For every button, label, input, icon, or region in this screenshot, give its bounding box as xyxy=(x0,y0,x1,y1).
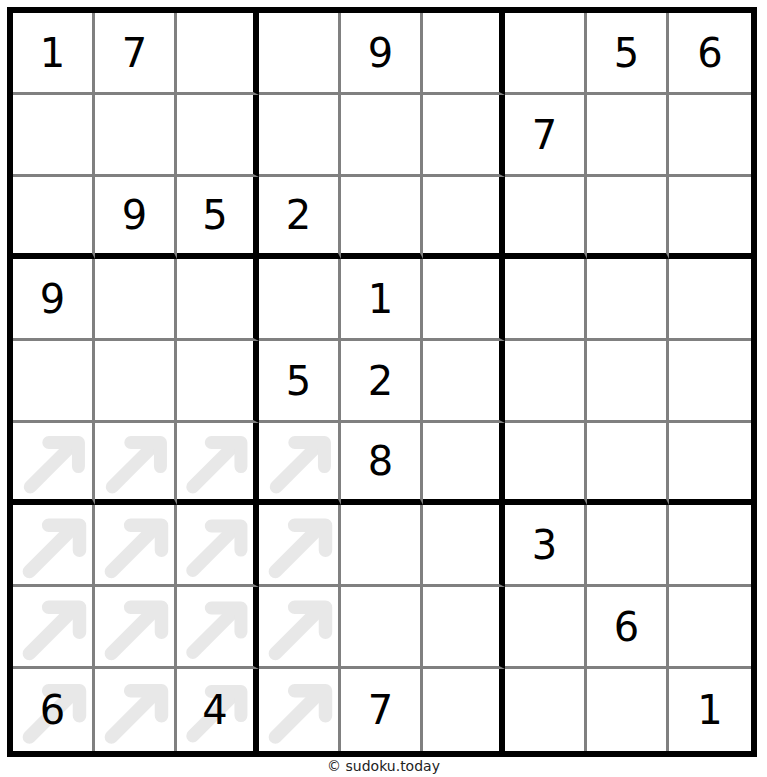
cell-r6c9[interactable] xyxy=(669,423,751,505)
sudoku-page: 1795679529152 8 3 xyxy=(0,0,767,777)
cell-r7c3[interactable] xyxy=(177,505,259,587)
cell-r3c4[interactable]: 2 xyxy=(259,177,341,259)
cell-r3c6[interactable] xyxy=(423,177,505,259)
cell-r2c9[interactable] xyxy=(669,95,751,177)
cell-r8c6[interactable] xyxy=(423,587,505,669)
cell-r4c7[interactable] xyxy=(505,259,587,341)
cell-r9c5[interactable]: 7 xyxy=(341,669,423,751)
given-digit: 6 xyxy=(40,690,65,730)
cell-r5c5[interactable]: 2 xyxy=(341,341,423,423)
cell-r4c1[interactable]: 9 xyxy=(13,259,95,341)
cell-r9c7[interactable] xyxy=(505,669,587,751)
cell-r4c8[interactable] xyxy=(587,259,669,341)
cell-r9c8[interactable] xyxy=(587,669,669,751)
cell-r6c1[interactable] xyxy=(13,423,95,505)
cell-r7c5[interactable] xyxy=(341,505,423,587)
cell-r5c4[interactable]: 5 xyxy=(259,341,341,423)
cell-r7c4[interactable] xyxy=(259,505,341,587)
cell-r1c3[interactable] xyxy=(177,13,259,95)
cell-r1c2[interactable]: 7 xyxy=(95,13,177,95)
arrow-up-right-icon xyxy=(177,423,253,499)
given-digit: 9 xyxy=(40,279,65,319)
arrow-up-right-icon xyxy=(95,587,174,666)
cell-r4c2[interactable] xyxy=(95,259,177,341)
given-digit: 6 xyxy=(697,33,722,73)
cell-r8c1[interactable] xyxy=(13,587,95,669)
cell-r3c3[interactable]: 5 xyxy=(177,177,259,259)
arrow-up-right-icon xyxy=(13,505,92,584)
given-digit: 8 xyxy=(368,441,393,481)
cell-r6c7[interactable] xyxy=(505,423,587,505)
arrow-up-right-icon xyxy=(177,587,253,666)
cell-r2c2[interactable] xyxy=(95,95,177,177)
cell-r6c4[interactable] xyxy=(259,423,341,505)
cell-r8c5[interactable] xyxy=(341,587,423,669)
arrow-up-right-icon xyxy=(13,423,92,499)
cell-r2c6[interactable] xyxy=(423,95,505,177)
given-digit: 3 xyxy=(532,525,557,565)
given-digit: 7 xyxy=(122,33,147,73)
cell-r3c7[interactable] xyxy=(505,177,587,259)
arrow-up-right-icon xyxy=(259,505,338,584)
given-digit: 2 xyxy=(368,361,393,401)
cell-r7c8[interactable] xyxy=(587,505,669,587)
given-digit: 9 xyxy=(122,195,147,235)
given-digit: 6 xyxy=(614,607,639,647)
cell-r1c4[interactable] xyxy=(259,13,341,95)
arrow-up-right-icon xyxy=(13,587,92,666)
cell-r5c7[interactable] xyxy=(505,341,587,423)
cell-r5c2[interactable] xyxy=(95,341,177,423)
cell-r7c2[interactable] xyxy=(95,505,177,587)
cell-r2c3[interactable] xyxy=(177,95,259,177)
cell-r1c5[interactable]: 9 xyxy=(341,13,423,95)
cell-r4c5[interactable]: 1 xyxy=(341,259,423,341)
cell-r2c7[interactable]: 7 xyxy=(505,95,587,177)
arrow-up-right-icon xyxy=(95,505,174,584)
cell-r5c1[interactable] xyxy=(13,341,95,423)
copyright-text: © sudoku.today xyxy=(0,757,767,777)
cell-r3c8[interactable] xyxy=(587,177,669,259)
cell-r1c7[interactable] xyxy=(505,13,587,95)
cell-r4c3[interactable] xyxy=(177,259,259,341)
given-digit: 5 xyxy=(202,195,227,235)
given-digit: 7 xyxy=(368,690,393,730)
arrow-up-right-icon xyxy=(259,423,338,499)
cell-r4c6[interactable] xyxy=(423,259,505,341)
cell-r7c1[interactable] xyxy=(13,505,95,587)
cell-r9c6[interactable] xyxy=(423,669,505,751)
cell-r1c6[interactable] xyxy=(423,13,505,95)
cell-r2c5[interactable] xyxy=(341,95,423,177)
cell-r3c2[interactable]: 9 xyxy=(95,177,177,259)
cell-r8c8[interactable]: 6 xyxy=(587,587,669,669)
given-digit: 9 xyxy=(368,33,393,73)
cell-r9c4[interactable] xyxy=(259,669,341,751)
cell-r9c1[interactable]: 6 xyxy=(13,669,95,751)
given-digit: 5 xyxy=(286,361,311,401)
cell-r2c4[interactable] xyxy=(259,95,341,177)
arrow-up-right-icon xyxy=(177,505,253,584)
cell-r9c9[interactable]: 1 xyxy=(669,669,751,751)
arrow-up-right-icon xyxy=(95,669,174,751)
given-digit: 1 xyxy=(697,690,722,730)
cell-r4c4[interactable] xyxy=(259,259,341,341)
given-digit: 1 xyxy=(368,279,393,319)
arrow-up-right-icon xyxy=(259,669,338,751)
given-digit: 7 xyxy=(532,115,557,155)
cell-r6c5[interactable]: 8 xyxy=(341,423,423,505)
cell-r2c1[interactable] xyxy=(13,95,95,177)
given-digit: 5 xyxy=(614,33,639,73)
cell-r7c9[interactable] xyxy=(669,505,751,587)
cell-r8c4[interactable] xyxy=(259,587,341,669)
cell-r1c9[interactable]: 6 xyxy=(669,13,751,95)
cell-r5c6[interactable] xyxy=(423,341,505,423)
cell-r5c3[interactable] xyxy=(177,341,259,423)
arrow-up-right-icon xyxy=(259,587,338,666)
cell-r6c3[interactable] xyxy=(177,423,259,505)
cell-r6c8[interactable] xyxy=(587,423,669,505)
cell-r8c2[interactable] xyxy=(95,587,177,669)
cell-r8c7[interactable] xyxy=(505,587,587,669)
cell-r9c2[interactable] xyxy=(95,669,177,751)
cell-r7c6[interactable] xyxy=(423,505,505,587)
cell-r1c1[interactable]: 1 xyxy=(13,13,95,95)
cell-r5c9[interactable] xyxy=(669,341,751,423)
cell-r9c3[interactable]: 4 xyxy=(177,669,259,751)
cell-r3c1[interactable] xyxy=(13,177,95,259)
given-digit: 4 xyxy=(202,690,227,730)
given-digit: 2 xyxy=(286,195,311,235)
cell-r1c8[interactable]: 5 xyxy=(587,13,669,95)
cell-r8c3[interactable] xyxy=(177,587,259,669)
cell-r8c9[interactable] xyxy=(669,587,751,669)
cell-r5c8[interactable] xyxy=(587,341,669,423)
arrow-up-right-icon xyxy=(95,423,174,499)
cell-r4c9[interactable] xyxy=(669,259,751,341)
given-digit: 1 xyxy=(40,33,65,73)
sudoku-board: 1795679529152 8 3 xyxy=(7,7,757,757)
cell-r3c5[interactable] xyxy=(341,177,423,259)
cell-r6c6[interactable] xyxy=(423,423,505,505)
cell-r2c8[interactable] xyxy=(587,95,669,177)
cell-r7c7[interactable]: 3 xyxy=(505,505,587,587)
cell-r6c2[interactable] xyxy=(95,423,177,505)
cell-r3c9[interactable] xyxy=(669,177,751,259)
